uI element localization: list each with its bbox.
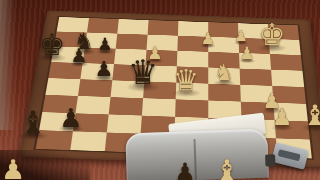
captured-black-pawn[interactable]: ♟ <box>171 160 200 180</box>
captured-white-bishop[interactable]: ♝ <box>209 156 245 180</box>
chess-photo-scene: ♚♞♟♟♟♛♟♝♟♟♟♟♚♞♛♟♟♝ ♟♟♝ <box>0 0 320 180</box>
captured-pieces-tray: ♟♟♝ <box>0 0 320 180</box>
captured-white-pawn[interactable]: ♟ <box>0 156 29 180</box>
